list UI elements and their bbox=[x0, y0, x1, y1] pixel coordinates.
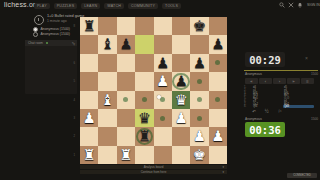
move-hint-dot bbox=[142, 97, 147, 102]
white-rating: 1500 bbox=[311, 117, 318, 121]
first-move-button[interactable]: « bbox=[245, 78, 258, 84]
notifications-icon[interactable] bbox=[297, 2, 303, 8]
square-h2[interactable]: ♟ bbox=[209, 127, 227, 145]
capture-hint-ring bbox=[172, 73, 189, 90]
square-d7[interactable] bbox=[135, 35, 153, 53]
nav-item-community[interactable]: COMMUNITY bbox=[128, 3, 158, 9]
square-b7[interactable]: ♝ bbox=[98, 35, 116, 53]
game-action-icons: ↶½⚐ bbox=[252, 109, 282, 114]
under-board-label: Analysis board bbox=[144, 165, 164, 169]
square-f3[interactable]: ♟ bbox=[172, 109, 190, 127]
square-b4[interactable]: ♝ bbox=[98, 91, 116, 109]
piece-white-pawn[interactable]: ♟ bbox=[175, 111, 188, 126]
square-g6[interactable]: ♟ bbox=[190, 54, 208, 72]
piece-white-pawn[interactable]: ♟ bbox=[193, 129, 206, 144]
square-c8[interactable] bbox=[117, 17, 135, 35]
square-c3[interactable] bbox=[117, 109, 135, 127]
square-d6[interactable] bbox=[135, 54, 153, 72]
mouse-cursor bbox=[157, 95, 161, 99]
square-g8[interactable]: ♚ bbox=[190, 17, 208, 35]
square-c6[interactable] bbox=[117, 54, 135, 72]
square-b2[interactable] bbox=[98, 127, 116, 145]
piece-black-rook[interactable]: ♜ bbox=[83, 19, 96, 34]
piece-white-pawn[interactable]: ♟ bbox=[156, 74, 169, 89]
black-player-row[interactable]: Anonymous (1500) bbox=[33, 32, 70, 37]
header-icons: SIGN IN bbox=[279, 2, 320, 8]
piece-black-pawn[interactable]: ♟ bbox=[211, 37, 224, 52]
piece-black-pawn[interactable]: ♟ bbox=[193, 56, 206, 71]
square-a4[interactable] bbox=[80, 91, 98, 109]
black-name: Anonymous bbox=[245, 72, 262, 76]
move-hint-dot bbox=[160, 97, 165, 102]
game-meta-title: 1+0 Bullet rated game bbox=[47, 14, 84, 18]
white-clock-active: 00:36 bbox=[245, 122, 285, 137]
black-rating: 1500 bbox=[311, 72, 318, 76]
under-board-row-continue[interactable]: Continue from here ▾ bbox=[80, 170, 227, 174]
main-nav: PLAYPUZZLESLEARNWATCHCOMMUNITYTOOLS bbox=[34, 3, 181, 9]
rank-label: 6 bbox=[71, 61, 75, 65]
white-name: Anonymous bbox=[245, 117, 262, 121]
square-h1[interactable] bbox=[209, 146, 227, 164]
square-d5[interactable] bbox=[135, 72, 153, 90]
square-c1[interactable]: ♜ bbox=[117, 146, 135, 164]
square-h3[interactable] bbox=[209, 109, 227, 127]
piece-black-bishop[interactable]: ♝ bbox=[101, 37, 114, 52]
square-f7[interactable] bbox=[172, 35, 190, 53]
chat-header[interactable]: Chat room ✎ bbox=[25, 40, 77, 46]
square-b1[interactable] bbox=[98, 146, 116, 164]
move-hint-dot bbox=[197, 79, 202, 84]
online-dot-icon bbox=[46, 42, 48, 44]
piece-white-bishop[interactable]: ♝ bbox=[101, 93, 114, 108]
challenge-icon[interactable] bbox=[288, 2, 294, 8]
piece-white-pawn[interactable]: ♟ bbox=[211, 129, 224, 144]
rank-label: 3 bbox=[71, 116, 75, 120]
piece-white-queen[interactable]: ♛ bbox=[175, 93, 188, 108]
square-a8[interactable]: ♜ bbox=[80, 17, 98, 35]
nav-item-puzzles[interactable]: PUZZLES bbox=[54, 3, 78, 9]
move-hint-dot bbox=[197, 97, 202, 102]
chevron-down-icon[interactable]: ▾ bbox=[222, 170, 224, 174]
square-e6[interactable]: ♟ bbox=[154, 54, 172, 72]
square-f5[interactable]: ♟ bbox=[172, 72, 190, 90]
square-h4[interactable] bbox=[209, 91, 227, 109]
square-h5[interactable] bbox=[209, 72, 227, 90]
piece-black-queen[interactable]: ♛ bbox=[138, 111, 151, 126]
move-hint-dot bbox=[123, 97, 128, 102]
game-speed-icon bbox=[34, 15, 44, 25]
under-board-row-analysis[interactable]: Analysis board ▾ bbox=[80, 165, 227, 169]
square-f1[interactable] bbox=[172, 146, 190, 164]
square-d8[interactable] bbox=[135, 17, 153, 35]
square-d2[interactable]: ♜ bbox=[135, 127, 153, 145]
black-player-bar[interactable]: Anonymous 1500 bbox=[245, 72, 318, 76]
piece-black-pawn[interactable]: ♟ bbox=[156, 56, 169, 71]
square-a6[interactable] bbox=[80, 54, 98, 72]
move-hint-dot bbox=[215, 97, 220, 102]
piece-black-pawn[interactable]: ♟ bbox=[119, 37, 132, 52]
board-rank-coordinates: 87654321 bbox=[71, 17, 75, 164]
piece-white-king[interactable]: ♚ bbox=[193, 148, 206, 163]
resign-flag-icon[interactable]: ⚐ bbox=[278, 109, 282, 114]
nav-item-tools[interactable]: TOOLS bbox=[162, 3, 181, 9]
rank-label: 5 bbox=[71, 79, 75, 83]
next-move-button[interactable]: › bbox=[273, 78, 286, 84]
last-move-button[interactable]: » bbox=[287, 78, 300, 84]
berserk-icon: × bbox=[305, 55, 308, 61]
square-e1[interactable] bbox=[154, 146, 172, 164]
square-d1[interactable] bbox=[135, 146, 153, 164]
square-g3[interactable] bbox=[190, 109, 208, 127]
search-icon[interactable] bbox=[279, 2, 285, 8]
square-g2[interactable]: ♟ bbox=[190, 127, 208, 145]
piece-white-rook[interactable]: ♜ bbox=[83, 148, 96, 163]
nav-item-watch[interactable]: WATCH bbox=[104, 3, 124, 9]
square-g5[interactable] bbox=[190, 72, 208, 90]
square-b8[interactable] bbox=[98, 17, 116, 35]
rank-label: 7 bbox=[71, 43, 75, 47]
chat-room-tab[interactable]: Chat room bbox=[28, 41, 43, 45]
rank-label: 2 bbox=[71, 134, 75, 138]
connection-status-chip[interactable]: CONNECTED bbox=[287, 173, 317, 179]
square-a1[interactable]: ♜ bbox=[80, 146, 98, 164]
sign-in-link[interactable]: SIGN IN bbox=[307, 3, 320, 7]
black-clock: 00:29 bbox=[245, 52, 285, 67]
white-player-bar[interactable]: Anonymous 1500 bbox=[245, 117, 318, 121]
square-a5[interactable] bbox=[80, 72, 98, 90]
rank-label: 4 bbox=[71, 98, 75, 102]
square-d4[interactable] bbox=[135, 91, 153, 109]
square-c5[interactable] bbox=[117, 72, 135, 90]
move-list: 1.d4d52.c4e63.Nf3Nf64.Nc3Be75.Bg5O-O6.e3… bbox=[244, 86, 318, 108]
chess-board: ♜♚♝♟♟♟♟♟♟♝♛♟♛♟♜♟♟♜♜♚ bbox=[80, 17, 227, 164]
square-b6[interactable] bbox=[98, 54, 116, 72]
square-a3[interactable]: ♟ bbox=[80, 109, 98, 127]
square-b5[interactable] bbox=[98, 72, 116, 90]
chat-box bbox=[25, 40, 77, 94]
lichess-page: lichess.org PLAYPUZZLESLEARNWATCHCOMMUNI… bbox=[0, 0, 320, 180]
piece-white-rook[interactable]: ♜ bbox=[119, 148, 132, 163]
replay-controls: «‹›»≡ bbox=[245, 78, 314, 84]
square-f8[interactable] bbox=[172, 17, 190, 35]
square-a2[interactable] bbox=[80, 127, 98, 145]
rank-label: 1 bbox=[71, 153, 75, 157]
rank-label: 8 bbox=[71, 24, 75, 28]
move-hint-dot bbox=[160, 116, 165, 121]
square-g7[interactable] bbox=[190, 35, 208, 53]
move-san[interactable]: Qd3 bbox=[283, 105, 314, 108]
square-g1[interactable]: ♚ bbox=[190, 146, 208, 164]
square-f4[interactable]: ♛ bbox=[172, 91, 190, 109]
game-meta-time: 1 minute ago bbox=[47, 19, 67, 23]
square-e2[interactable] bbox=[154, 127, 172, 145]
square-e3[interactable] bbox=[154, 109, 172, 127]
square-f2[interactable] bbox=[172, 127, 190, 145]
square-b3[interactable] bbox=[98, 109, 116, 127]
panel-divider bbox=[244, 70, 318, 71]
black-player-label: Anonymous (1500) bbox=[40, 32, 70, 36]
draw-offer-icon[interactable]: ½ bbox=[265, 109, 269, 114]
square-e8[interactable] bbox=[154, 17, 172, 35]
nav-item-play[interactable]: PLAY bbox=[34, 3, 50, 9]
piece-white-pawn[interactable]: ♟ bbox=[83, 111, 96, 126]
top-nav-bar: lichess.org PLAYPUZZLESLEARNWATCHCOMMUNI… bbox=[0, 0, 320, 11]
prev-move-button[interactable]: ‹ bbox=[259, 78, 272, 84]
square-f6[interactable] bbox=[172, 54, 190, 72]
square-a7[interactable] bbox=[80, 35, 98, 53]
square-h6[interactable] bbox=[209, 54, 227, 72]
piece-black-king[interactable]: ♚ bbox=[193, 19, 206, 34]
square-g4[interactable] bbox=[190, 91, 208, 109]
square-d3[interactable]: ♛ bbox=[135, 109, 153, 127]
takeback-icon[interactable]: ↶ bbox=[252, 109, 256, 114]
menu-button[interactable]: ≡ bbox=[301, 78, 314, 84]
square-e7[interactable] bbox=[154, 35, 172, 53]
move-number: 8. bbox=[244, 105, 252, 108]
nav-item-learn[interactable]: LEARN bbox=[81, 3, 100, 9]
move-hint-dot bbox=[215, 60, 220, 65]
square-c7[interactable]: ♟ bbox=[117, 35, 135, 53]
black-disc-icon bbox=[33, 32, 38, 37]
square-c4[interactable] bbox=[117, 91, 135, 109]
chevron-down-icon[interactable]: ▾ bbox=[222, 165, 224, 169]
under-board-label: Continue from here bbox=[141, 170, 167, 174]
square-h8[interactable] bbox=[209, 17, 227, 35]
square-e4[interactable] bbox=[154, 91, 172, 109]
square-h7[interactable]: ♟ bbox=[209, 35, 227, 53]
square-c2[interactable] bbox=[117, 127, 135, 145]
square-e5[interactable]: ♟ bbox=[154, 72, 172, 90]
move-hint-dot bbox=[197, 116, 202, 121]
